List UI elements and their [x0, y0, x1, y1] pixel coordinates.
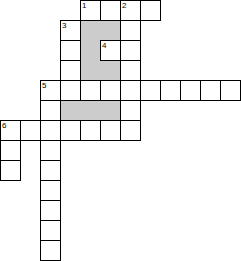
shaded-cell-r3c5: [100, 60, 121, 81]
cell-r4c5[interactable]: [100, 80, 121, 101]
shaded-cell-r5c4: [80, 100, 101, 121]
cell-r6c5[interactable]: [100, 120, 121, 141]
clue-number-2: 2: [122, 1, 126, 10]
cell-r4c3[interactable]: [60, 80, 81, 101]
cell-r4c9[interactable]: [180, 80, 201, 101]
cell-r5c2[interactable]: [40, 100, 61, 121]
cell-r6c6[interactable]: [120, 120, 141, 141]
clue-number-4: 4: [102, 41, 106, 50]
cell-r0c7[interactable]: [140, 0, 161, 21]
cell-r4c2[interactable]: 5: [40, 80, 61, 101]
cell-r4c11[interactable]: [220, 80, 241, 101]
cell-r2c5[interactable]: 4: [100, 40, 121, 61]
cell-r8c2[interactable]: [40, 160, 61, 181]
cell-r4c7[interactable]: [140, 80, 161, 101]
cell-r2c3[interactable]: [60, 40, 81, 61]
cell-r6c4[interactable]: [80, 120, 101, 141]
cell-r3c6[interactable]: [120, 60, 141, 81]
cell-r1c3[interactable]: 3: [60, 20, 81, 41]
cell-r1c6[interactable]: [120, 20, 141, 41]
cell-r4c8[interactable]: [160, 80, 181, 101]
cell-r6c1[interactable]: [20, 120, 41, 141]
cell-r4c4[interactable]: [80, 80, 101, 101]
clue-number-6: 6: [2, 121, 6, 130]
cell-r5c6[interactable]: [120, 100, 141, 121]
cell-r0c4[interactable]: 1: [80, 0, 101, 21]
shaded-cell-r1c4: [80, 20, 101, 41]
shaded-cell-r2c4: [80, 40, 101, 61]
cell-r2c6[interactable]: [120, 40, 141, 61]
clue-number-3: 3: [62, 21, 66, 30]
cell-r0c6[interactable]: 2: [120, 0, 141, 21]
cell-r12c2[interactable]: [40, 240, 61, 261]
cell-r4c10[interactable]: [200, 80, 221, 101]
cell-r8c0[interactable]: [0, 160, 21, 181]
cell-r10c2[interactable]: [40, 200, 61, 221]
clue-number-5: 5: [42, 81, 46, 90]
shaded-cell-r5c3: [60, 100, 81, 121]
cell-r4c6[interactable]: [120, 80, 141, 101]
clue-number-1: 1: [82, 1, 86, 10]
cell-r6c0[interactable]: 6: [0, 120, 21, 141]
cell-r11c2[interactable]: [40, 220, 61, 241]
crossword-board: 123456: [0, 0, 241, 261]
cell-r0c5[interactable]: [100, 0, 121, 21]
shaded-cell-r1c5: [100, 20, 121, 41]
shaded-cell-r5c5: [100, 100, 121, 121]
shaded-cell-r3c4: [80, 60, 101, 81]
cell-r3c3[interactable]: [60, 60, 81, 81]
cell-r7c2[interactable]: [40, 140, 61, 161]
cell-r7c0[interactable]: [0, 140, 21, 161]
cell-r9c2[interactable]: [40, 180, 61, 201]
cell-r6c3[interactable]: [60, 120, 81, 141]
cell-r6c2[interactable]: [40, 120, 61, 141]
